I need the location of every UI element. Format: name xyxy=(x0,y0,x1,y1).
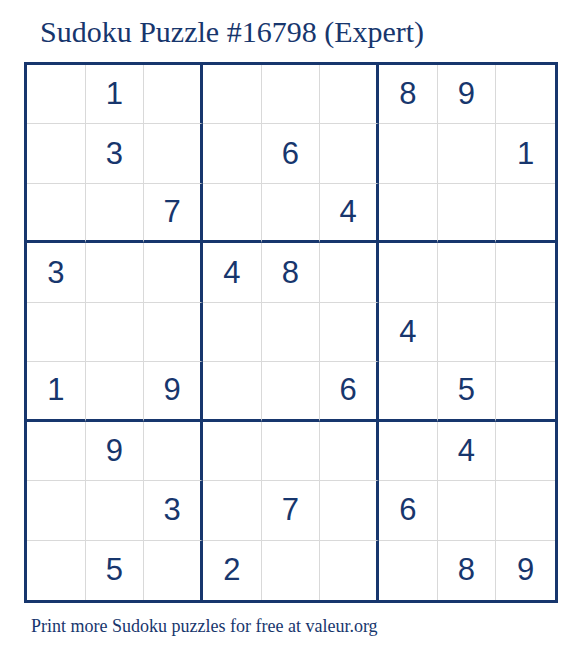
sudoku-cell-empty[interactable] xyxy=(203,65,262,124)
sudoku-cell-empty[interactable] xyxy=(144,541,203,600)
sudoku-page: Sudoku Puzzle #16798 (Expert) 1893617434… xyxy=(0,0,580,651)
sudoku-cell-empty[interactable] xyxy=(438,184,497,243)
sudoku-cell-empty[interactable] xyxy=(86,481,145,540)
sudoku-cell-empty[interactable] xyxy=(379,422,438,481)
sudoku-cell-empty[interactable] xyxy=(379,362,438,421)
sudoku-cell-empty[interactable] xyxy=(203,481,262,540)
sudoku-cell-empty[interactable] xyxy=(379,124,438,183)
sudoku-cell-given: 6 xyxy=(379,481,438,540)
sudoku-cell-empty[interactable] xyxy=(27,422,86,481)
sudoku-cell-empty[interactable] xyxy=(496,422,555,481)
sudoku-cell-empty[interactable] xyxy=(496,362,555,421)
sudoku-cell-empty[interactable] xyxy=(86,362,145,421)
sudoku-cell-given: 3 xyxy=(27,243,86,302)
sudoku-cell-given: 9 xyxy=(438,65,497,124)
sudoku-cell-given: 6 xyxy=(320,362,379,421)
sudoku-cell-empty[interactable] xyxy=(320,541,379,600)
sudoku-cell-empty[interactable] xyxy=(144,65,203,124)
sudoku-cell-given: 5 xyxy=(86,541,145,600)
sudoku-cell-empty[interactable] xyxy=(86,243,145,302)
sudoku-cell-empty[interactable] xyxy=(262,184,321,243)
sudoku-cell-empty[interactable] xyxy=(27,481,86,540)
sudoku-cell-given: 5 xyxy=(438,362,497,421)
sudoku-cell-empty[interactable] xyxy=(320,124,379,183)
sudoku-cell-empty[interactable] xyxy=(320,481,379,540)
sudoku-cell-empty[interactable] xyxy=(262,303,321,362)
sudoku-cell-empty[interactable] xyxy=(27,124,86,183)
sudoku-cell-empty[interactable] xyxy=(496,65,555,124)
sudoku-cell-empty[interactable] xyxy=(496,243,555,302)
sudoku-cell-empty[interactable] xyxy=(86,184,145,243)
sudoku-cell-given: 9 xyxy=(86,422,145,481)
sudoku-cell-empty[interactable] xyxy=(144,422,203,481)
sudoku-cell-empty[interactable] xyxy=(438,124,497,183)
sudoku-cell-empty[interactable] xyxy=(203,124,262,183)
sudoku-cell-given: 4 xyxy=(203,243,262,302)
sudoku-cell-given: 8 xyxy=(438,541,497,600)
sudoku-cell-empty[interactable] xyxy=(144,243,203,302)
sudoku-cell-given: 7 xyxy=(144,184,203,243)
sudoku-cell-given: 4 xyxy=(438,422,497,481)
sudoku-cell-empty[interactable] xyxy=(496,481,555,540)
sudoku-cell-empty[interactable] xyxy=(27,541,86,600)
sudoku-cell-empty[interactable] xyxy=(438,303,497,362)
sudoku-cell-empty[interactable] xyxy=(262,422,321,481)
sudoku-cell-empty[interactable] xyxy=(203,303,262,362)
footer-text: Print more Sudoku puzzles for free at va… xyxy=(31,615,378,637)
sudoku-cell-empty[interactable] xyxy=(144,303,203,362)
sudoku-cell-empty[interactable] xyxy=(438,481,497,540)
sudoku-cell-given: 1 xyxy=(496,124,555,183)
sudoku-cell-given: 8 xyxy=(262,243,321,302)
sudoku-cell-empty[interactable] xyxy=(262,65,321,124)
sudoku-cell-empty[interactable] xyxy=(86,303,145,362)
sudoku-cell-empty[interactable] xyxy=(27,65,86,124)
sudoku-cell-empty[interactable] xyxy=(320,422,379,481)
sudoku-cell-given: 4 xyxy=(379,303,438,362)
sudoku-cell-empty[interactable] xyxy=(203,422,262,481)
sudoku-cell-empty[interactable] xyxy=(27,303,86,362)
sudoku-cell-empty[interactable] xyxy=(320,243,379,302)
sudoku-cell-given: 7 xyxy=(262,481,321,540)
sudoku-cell-empty[interactable] xyxy=(27,184,86,243)
sudoku-cell-given: 1 xyxy=(27,362,86,421)
sudoku-cell-given: 9 xyxy=(496,541,555,600)
sudoku-cell-given: 6 xyxy=(262,124,321,183)
sudoku-cell-empty[interactable] xyxy=(203,184,262,243)
sudoku-cell-given: 9 xyxy=(144,362,203,421)
sudoku-cell-given: 1 xyxy=(86,65,145,124)
page-title: Sudoku Puzzle #16798 (Expert) xyxy=(40,14,424,50)
sudoku-cell-empty[interactable] xyxy=(320,65,379,124)
sudoku-cell-empty[interactable] xyxy=(496,184,555,243)
sudoku-grid: 1893617434841965943765289 xyxy=(24,62,558,603)
sudoku-cell-empty[interactable] xyxy=(262,362,321,421)
sudoku-cell-empty[interactable] xyxy=(262,541,321,600)
sudoku-cell-empty[interactable] xyxy=(203,362,262,421)
sudoku-cell-given: 2 xyxy=(203,541,262,600)
sudoku-cell-empty[interactable] xyxy=(438,243,497,302)
sudoku-cell-empty[interactable] xyxy=(379,184,438,243)
sudoku-cell-empty[interactable] xyxy=(379,541,438,600)
sudoku-cell-empty[interactable] xyxy=(496,303,555,362)
sudoku-cell-given: 8 xyxy=(379,65,438,124)
sudoku-cell-given: 4 xyxy=(320,184,379,243)
sudoku-cell-empty[interactable] xyxy=(320,303,379,362)
sudoku-cell-empty[interactable] xyxy=(379,243,438,302)
sudoku-cell-given: 3 xyxy=(86,124,145,183)
sudoku-cell-given: 3 xyxy=(144,481,203,540)
sudoku-cell-empty[interactable] xyxy=(144,124,203,183)
